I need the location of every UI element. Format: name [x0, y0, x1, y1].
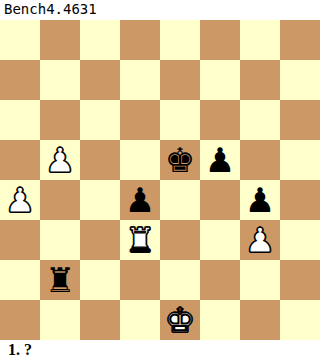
square-b1[interactable] [40, 300, 80, 340]
square-f6[interactable] [200, 100, 240, 140]
piece-black-rook-b2[interactable]: ♜ [45, 260, 75, 300]
square-f7[interactable] [200, 60, 240, 100]
square-a6[interactable] [0, 100, 40, 140]
move-prompt: 1. ? [0, 340, 320, 360]
square-g6[interactable] [240, 100, 280, 140]
square-a8[interactable] [0, 20, 40, 60]
square-d1[interactable] [120, 300, 160, 340]
diagram-title: Bench4.4631 [0, 0, 320, 20]
square-a7[interactable] [0, 60, 40, 100]
square-b3[interactable] [40, 220, 80, 260]
square-c7[interactable] [80, 60, 120, 100]
piece-black-king-e5[interactable]: ♚ [165, 140, 195, 180]
square-f1[interactable] [200, 300, 240, 340]
square-a5[interactable] [0, 140, 40, 180]
piece-black-pawn-g4[interactable]: ♟ [245, 180, 275, 220]
piece-black-pawn-f5[interactable]: ♟ [205, 140, 235, 180]
square-d7[interactable] [120, 60, 160, 100]
square-d2[interactable] [120, 260, 160, 300]
square-a4[interactable]: ♟ [0, 180, 40, 220]
square-f3[interactable] [200, 220, 240, 260]
square-h3[interactable] [280, 220, 320, 260]
square-c6[interactable] [80, 100, 120, 140]
square-g8[interactable] [240, 20, 280, 60]
square-c2[interactable] [80, 260, 120, 300]
piece-white-pawn-g3[interactable]: ♟ [245, 220, 275, 260]
square-e4[interactable] [160, 180, 200, 220]
square-g5[interactable] [240, 140, 280, 180]
piece-black-pawn-d4[interactable]: ♟ [125, 180, 155, 220]
chess-diagram: Bench4.4631 ♟♚♟♟♟♟♜♟♜♚ 1. ? [0, 0, 320, 360]
square-c8[interactable] [80, 20, 120, 60]
square-b4[interactable] [40, 180, 80, 220]
square-f4[interactable] [200, 180, 240, 220]
square-e5[interactable]: ♚ [160, 140, 200, 180]
square-e8[interactable] [160, 20, 200, 60]
piece-white-pawn-a4[interactable]: ♟ [5, 180, 35, 220]
square-c3[interactable] [80, 220, 120, 260]
piece-white-rook-d3[interactable]: ♜ [125, 220, 155, 260]
square-d5[interactable] [120, 140, 160, 180]
square-a3[interactable] [0, 220, 40, 260]
square-g7[interactable] [240, 60, 280, 100]
square-d3[interactable]: ♜ [120, 220, 160, 260]
chess-board: ♟♚♟♟♟♟♜♟♜♚ [0, 20, 320, 340]
square-e3[interactable] [160, 220, 200, 260]
square-b7[interactable] [40, 60, 80, 100]
square-g3[interactable]: ♟ [240, 220, 280, 260]
square-c1[interactable] [80, 300, 120, 340]
square-f2[interactable] [200, 260, 240, 300]
square-h5[interactable] [280, 140, 320, 180]
square-f5[interactable]: ♟ [200, 140, 240, 180]
square-f8[interactable] [200, 20, 240, 60]
square-b6[interactable] [40, 100, 80, 140]
square-h6[interactable] [280, 100, 320, 140]
square-h1[interactable] [280, 300, 320, 340]
square-d8[interactable] [120, 20, 160, 60]
square-b5[interactable]: ♟ [40, 140, 80, 180]
piece-white-king-e1[interactable]: ♚ [165, 300, 195, 340]
square-g4[interactable]: ♟ [240, 180, 280, 220]
square-d6[interactable] [120, 100, 160, 140]
square-g1[interactable] [240, 300, 280, 340]
square-c4[interactable] [80, 180, 120, 220]
square-b8[interactable] [40, 20, 80, 60]
square-c5[interactable] [80, 140, 120, 180]
square-h7[interactable] [280, 60, 320, 100]
square-d4[interactable]: ♟ [120, 180, 160, 220]
square-a1[interactable] [0, 300, 40, 340]
square-e7[interactable] [160, 60, 200, 100]
square-a2[interactable] [0, 260, 40, 300]
square-b2[interactable]: ♜ [40, 260, 80, 300]
square-e6[interactable] [160, 100, 200, 140]
square-h8[interactable] [280, 20, 320, 60]
square-e2[interactable] [160, 260, 200, 300]
piece-white-pawn-b5[interactable]: ♟ [45, 140, 75, 180]
square-h4[interactable] [280, 180, 320, 220]
square-e1[interactable]: ♚ [160, 300, 200, 340]
square-g2[interactable] [240, 260, 280, 300]
square-h2[interactable] [280, 260, 320, 300]
